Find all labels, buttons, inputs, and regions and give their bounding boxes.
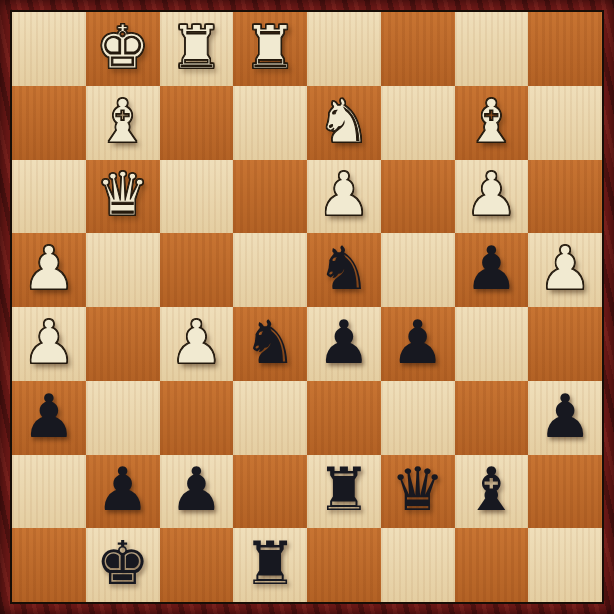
square-a8[interactable] bbox=[12, 12, 86, 86]
board-frame: ♚♜♜♝♞♝♛♟♟♟♞♟♟♟♟♞♟♟♟♟♟♟♜♛♝♚♜ bbox=[0, 0, 614, 614]
square-e7[interactable]: ♞ bbox=[307, 86, 381, 160]
black-pawn[interactable]: ♟ bbox=[169, 459, 223, 519]
square-g7[interactable]: ♝ bbox=[455, 86, 529, 160]
square-b1[interactable]: ♚ bbox=[86, 528, 160, 602]
square-g8[interactable] bbox=[455, 12, 529, 86]
square-e5[interactable]: ♞ bbox=[307, 233, 381, 307]
square-g2[interactable]: ♝ bbox=[455, 455, 529, 529]
square-f5[interactable] bbox=[381, 233, 455, 307]
square-f3[interactable] bbox=[381, 381, 455, 455]
black-bishop[interactable]: ♝ bbox=[464, 459, 518, 519]
square-b3[interactable] bbox=[86, 381, 160, 455]
white-pawn[interactable]: ♟ bbox=[538, 238, 592, 298]
square-a3[interactable]: ♟ bbox=[12, 381, 86, 455]
square-e2[interactable]: ♜ bbox=[307, 455, 381, 529]
square-d7[interactable] bbox=[233, 86, 307, 160]
square-f8[interactable] bbox=[381, 12, 455, 86]
square-f6[interactable] bbox=[381, 160, 455, 234]
white-bishop[interactable]: ♝ bbox=[464, 91, 518, 151]
square-g5[interactable]: ♟ bbox=[455, 233, 529, 307]
black-rook[interactable]: ♜ bbox=[243, 533, 297, 593]
square-d3[interactable] bbox=[233, 381, 307, 455]
square-g1[interactable] bbox=[455, 528, 529, 602]
square-d6[interactable] bbox=[233, 160, 307, 234]
square-c1[interactable] bbox=[160, 528, 234, 602]
square-e3[interactable] bbox=[307, 381, 381, 455]
black-knight[interactable]: ♞ bbox=[317, 238, 371, 298]
square-h2[interactable] bbox=[528, 455, 602, 529]
square-c5[interactable] bbox=[160, 233, 234, 307]
square-e4[interactable]: ♟ bbox=[307, 307, 381, 381]
square-d4[interactable]: ♞ bbox=[233, 307, 307, 381]
square-b5[interactable] bbox=[86, 233, 160, 307]
square-h8[interactable] bbox=[528, 12, 602, 86]
square-c6[interactable] bbox=[160, 160, 234, 234]
black-knight[interactable]: ♞ bbox=[243, 312, 297, 372]
white-pawn[interactable]: ♟ bbox=[464, 164, 518, 224]
square-c8[interactable]: ♜ bbox=[160, 12, 234, 86]
square-e1[interactable] bbox=[307, 528, 381, 602]
square-d1[interactable]: ♜ bbox=[233, 528, 307, 602]
white-bishop[interactable]: ♝ bbox=[96, 91, 150, 151]
square-b6[interactable]: ♛ bbox=[86, 160, 160, 234]
square-b8[interactable]: ♚ bbox=[86, 12, 160, 86]
black-pawn[interactable]: ♟ bbox=[391, 312, 445, 372]
white-pawn[interactable]: ♟ bbox=[169, 312, 223, 372]
square-c7[interactable] bbox=[160, 86, 234, 160]
black-pawn[interactable]: ♟ bbox=[538, 386, 592, 446]
black-pawn[interactable]: ♟ bbox=[22, 386, 76, 446]
square-h4[interactable] bbox=[528, 307, 602, 381]
square-g4[interactable] bbox=[455, 307, 529, 381]
white-pawn[interactable]: ♟ bbox=[22, 312, 76, 372]
square-d8[interactable]: ♜ bbox=[233, 12, 307, 86]
square-h3[interactable]: ♟ bbox=[528, 381, 602, 455]
square-h1[interactable] bbox=[528, 528, 602, 602]
square-c4[interactable]: ♟ bbox=[160, 307, 234, 381]
black-rook[interactable]: ♜ bbox=[317, 459, 371, 519]
square-e8[interactable] bbox=[307, 12, 381, 86]
square-h6[interactable] bbox=[528, 160, 602, 234]
square-g3[interactable] bbox=[455, 381, 529, 455]
square-f2[interactable]: ♛ bbox=[381, 455, 455, 529]
square-a1[interactable] bbox=[12, 528, 86, 602]
square-f4[interactable]: ♟ bbox=[381, 307, 455, 381]
square-a4[interactable]: ♟ bbox=[12, 307, 86, 381]
square-c2[interactable]: ♟ bbox=[160, 455, 234, 529]
white-queen[interactable]: ♛ bbox=[96, 164, 150, 224]
square-a6[interactable] bbox=[12, 160, 86, 234]
square-b4[interactable] bbox=[86, 307, 160, 381]
square-a2[interactable] bbox=[12, 455, 86, 529]
black-king[interactable]: ♚ bbox=[96, 533, 150, 593]
square-a5[interactable]: ♟ bbox=[12, 233, 86, 307]
black-queen[interactable]: ♛ bbox=[391, 459, 445, 519]
white-rook[interactable]: ♜ bbox=[169, 17, 223, 77]
white-knight[interactable]: ♞ bbox=[317, 91, 371, 151]
chess-board: ♚♜♜♝♞♝♛♟♟♟♞♟♟♟♟♞♟♟♟♟♟♟♜♛♝♚♜ bbox=[10, 10, 604, 604]
white-king[interactable]: ♚ bbox=[96, 17, 150, 77]
black-pawn[interactable]: ♟ bbox=[464, 238, 518, 298]
square-f7[interactable] bbox=[381, 86, 455, 160]
square-f1[interactable] bbox=[381, 528, 455, 602]
white-pawn[interactable]: ♟ bbox=[22, 238, 76, 298]
white-pawn[interactable]: ♟ bbox=[317, 164, 371, 224]
square-g6[interactable]: ♟ bbox=[455, 160, 529, 234]
square-b2[interactable]: ♟ bbox=[86, 455, 160, 529]
square-h5[interactable]: ♟ bbox=[528, 233, 602, 307]
square-c3[interactable] bbox=[160, 381, 234, 455]
square-h7[interactable] bbox=[528, 86, 602, 160]
square-e6[interactable]: ♟ bbox=[307, 160, 381, 234]
white-rook[interactable]: ♜ bbox=[243, 17, 297, 77]
square-d5[interactable] bbox=[233, 233, 307, 307]
square-a7[interactable] bbox=[12, 86, 86, 160]
square-b7[interactable]: ♝ bbox=[86, 86, 160, 160]
black-pawn[interactable]: ♟ bbox=[96, 459, 150, 519]
square-d2[interactable] bbox=[233, 455, 307, 529]
black-pawn[interactable]: ♟ bbox=[317, 312, 371, 372]
